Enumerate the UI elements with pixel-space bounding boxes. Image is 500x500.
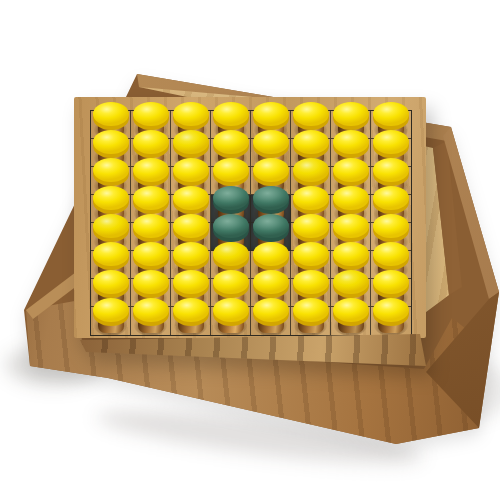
peg-yellow-e8[interactable]: [253, 298, 289, 336]
peg-cap: [213, 186, 249, 210]
peg-cap: [133, 214, 169, 238]
peg-cap: [93, 102, 129, 126]
peg-cap: [173, 298, 209, 322]
peg-cap: [373, 186, 409, 210]
peg-cap: [293, 270, 329, 294]
peg-cap: [213, 214, 249, 238]
peg-cap: [133, 242, 169, 266]
peg-cap: [213, 270, 249, 294]
peg-cap: [333, 130, 369, 154]
peg-cap: [333, 298, 369, 322]
peg-cap: [293, 186, 329, 210]
peg-cap: [373, 102, 409, 126]
peg-cap: [173, 214, 209, 238]
peg-cap: [373, 158, 409, 182]
peg-cap: [213, 130, 249, 154]
peg-cap: [253, 214, 289, 238]
board-top-face: [74, 97, 426, 338]
cell-b8: [131, 307, 171, 335]
cell-d8: [211, 307, 251, 335]
peg-cap: [253, 298, 289, 322]
peg-yellow-g8[interactable]: [333, 298, 369, 336]
peg-cap: [213, 158, 249, 182]
peg-cap: [293, 214, 329, 238]
peg-cap: [173, 270, 209, 294]
peg-cap: [373, 270, 409, 294]
peg-cap: [93, 298, 129, 322]
peg-cap: [173, 102, 209, 126]
peg-cap: [253, 270, 289, 294]
peg-cap: [333, 242, 369, 266]
peg-cap: [333, 270, 369, 294]
peg-cap: [253, 186, 289, 210]
peg-cap: [173, 130, 209, 154]
cell-c8: [171, 307, 211, 335]
peg-cap: [93, 130, 129, 154]
peg-cap: [93, 186, 129, 210]
peg-cap: [93, 242, 129, 266]
peg-yellow-b8[interactable]: [133, 298, 169, 336]
peg-cap: [253, 102, 289, 126]
peg-cap: [253, 242, 289, 266]
peg-cap: [173, 186, 209, 210]
peg-cap: [133, 186, 169, 210]
peg-yellow-f8[interactable]: [293, 298, 329, 336]
peg-cap: [373, 130, 409, 154]
peg-cap: [133, 102, 169, 126]
peg-cap: [133, 270, 169, 294]
peg-cap: [293, 130, 329, 154]
cell-f8: [291, 307, 331, 335]
peg-cap: [93, 158, 129, 182]
peg-cap: [253, 158, 289, 182]
scene: [0, 0, 500, 500]
peg-yellow-d8[interactable]: [213, 298, 249, 336]
peg-yellow-c8[interactable]: [173, 298, 209, 336]
peg-cap: [333, 158, 369, 182]
game-board: [0, 0, 500, 500]
peg-cap: [293, 298, 329, 322]
board-front-edge: [74, 334, 426, 374]
peg-cap: [293, 242, 329, 266]
peg-cap: [293, 102, 329, 126]
peg-cap: [173, 242, 209, 266]
peg-cap: [173, 158, 209, 182]
peg-cap: [373, 214, 409, 238]
peg-cap: [373, 298, 409, 322]
peg-cap: [253, 130, 289, 154]
peg-cap: [133, 130, 169, 154]
peg-cap: [93, 214, 129, 238]
peg-cap: [373, 242, 409, 266]
cell-g8: [331, 307, 371, 335]
peg-cap: [333, 102, 369, 126]
cell-h8: [371, 307, 411, 335]
peg-yellow-h8[interactable]: [373, 298, 409, 336]
peg-cap: [213, 102, 249, 126]
peg-cap: [213, 242, 249, 266]
peg-cap: [333, 214, 369, 238]
peg-grid: [90, 110, 412, 336]
peg-cap: [133, 158, 169, 182]
peg-cap: [333, 186, 369, 210]
cell-e8: [251, 307, 291, 335]
peg-yellow-a8[interactable]: [93, 298, 129, 336]
peg-cap: [293, 158, 329, 182]
peg-cap: [93, 270, 129, 294]
peg-cap: [133, 298, 169, 322]
cell-a8: [91, 307, 131, 335]
peg-cap: [213, 298, 249, 322]
